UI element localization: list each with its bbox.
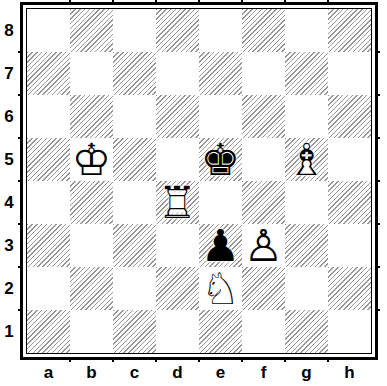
frame-tick-top (112, 0, 114, 5)
square-h6 (328, 95, 371, 138)
square-c2 (113, 267, 156, 310)
square-a1 (27, 310, 70, 353)
white-pawn-icon: ♙ (242, 224, 285, 267)
frame-tick-right (375, 223, 380, 225)
square-f6 (242, 95, 285, 138)
square-b6 (70, 95, 113, 138)
frame-tick-left (18, 51, 23, 53)
frame-tick-right (375, 180, 380, 182)
square-a2 (27, 267, 70, 310)
square-d5 (156, 138, 199, 181)
white-rook-icon: ♖ (156, 181, 199, 224)
square-g4 (285, 181, 328, 224)
square-g7 (285, 52, 328, 95)
square-c6 (113, 95, 156, 138)
square-b5: ♚♔ (70, 138, 113, 181)
frame-tick-left (18, 180, 23, 182)
rank-label-1: 1 (0, 310, 18, 353)
frame-tick-top (155, 0, 157, 5)
frame-tick-right (375, 309, 380, 311)
square-g1 (285, 310, 328, 353)
frame-tick-left (18, 94, 23, 96)
rank-label-4: 4 (0, 181, 18, 224)
frame-tick-top (198, 0, 200, 5)
square-a5 (27, 138, 70, 181)
square-f5 (242, 138, 285, 181)
square-f3: ♟♙ (242, 224, 285, 267)
white-pawn-fill: ♟ (242, 224, 285, 267)
square-e5: ♚♚ (199, 138, 242, 181)
square-h7 (328, 52, 371, 95)
square-c7 (113, 52, 156, 95)
square-d8 (156, 9, 199, 52)
square-a4 (27, 181, 70, 224)
rank-label-3: 3 (0, 224, 18, 267)
square-c3 (113, 224, 156, 267)
square-e1 (199, 310, 242, 353)
frame-tick-top (241, 0, 243, 5)
square-h4 (328, 181, 371, 224)
file-label-g: g (285, 362, 328, 384)
square-b7 (70, 52, 113, 95)
square-d3 (156, 224, 199, 267)
square-g2 (285, 267, 328, 310)
file-label-f: f (242, 362, 285, 384)
square-d1 (156, 310, 199, 353)
file-label-c: c (113, 362, 156, 384)
rank-label-7: 7 (0, 52, 18, 95)
square-e8 (199, 9, 242, 52)
square-h1 (328, 310, 371, 353)
square-c1 (113, 310, 156, 353)
frame-tick-left (18, 137, 23, 139)
board-outer-border: ♚♔♚♚♝♗♜♖♟♟♟♙♞♘ (20, 2, 378, 360)
frame-tick-left (18, 309, 23, 311)
white-knight-fill: ♞ (199, 267, 242, 310)
square-c5 (113, 138, 156, 181)
board-inner-border: ♚♔♚♚♝♗♜♖♟♟♟♙♞♘ (26, 8, 372, 354)
black-king-fill: ♚ (199, 138, 242, 181)
square-e3: ♟♟ (199, 224, 242, 267)
square-g8 (285, 9, 328, 52)
frame-tick-right (375, 51, 380, 53)
file-label-a: a (27, 362, 70, 384)
square-f1 (242, 310, 285, 353)
white-rook-fill: ♜ (156, 181, 199, 224)
square-g6 (285, 95, 328, 138)
file-label-h: h (328, 362, 371, 384)
frame-tick-right (375, 94, 380, 96)
square-a3 (27, 224, 70, 267)
black-king-icon: ♚ (199, 138, 242, 181)
square-f4 (242, 181, 285, 224)
frame-tick-left (18, 223, 23, 225)
file-label-e: e (199, 362, 242, 384)
square-d4: ♜♖ (156, 181, 199, 224)
square-h3 (328, 224, 371, 267)
frame-tick-top (284, 0, 286, 5)
white-bishop-icon: ♗ (285, 138, 328, 181)
square-a6 (27, 95, 70, 138)
white-knight-icon: ♘ (199, 267, 242, 310)
square-b3 (70, 224, 113, 267)
square-c4 (113, 181, 156, 224)
square-f8 (242, 9, 285, 52)
rank-label-5: 5 (0, 138, 18, 181)
square-c8 (113, 9, 156, 52)
square-b8 (70, 9, 113, 52)
board-grid: ♚♔♚♚♝♗♜♖♟♟♟♙♞♘ (27, 9, 371, 353)
square-g5: ♝♗ (285, 138, 328, 181)
frame-tick-top (69, 0, 71, 5)
square-f2 (242, 267, 285, 310)
square-f7 (242, 52, 285, 95)
square-b1 (70, 310, 113, 353)
square-a8 (27, 9, 70, 52)
square-b2 (70, 267, 113, 310)
frame-tick-left (18, 266, 23, 268)
frame-tick-right (375, 137, 380, 139)
board-frame: ♚♔♚♚♝♗♜♖♟♟♟♙♞♘ (20, 2, 378, 360)
square-b4 (70, 181, 113, 224)
white-king-icon: ♔ (70, 138, 113, 181)
white-bishop-fill: ♝ (285, 138, 328, 181)
square-h2 (328, 267, 371, 310)
file-label-d: d (156, 362, 199, 384)
square-h8 (328, 9, 371, 52)
square-d6 (156, 95, 199, 138)
frame-tick-right (375, 266, 380, 268)
frame-tick-top (327, 0, 329, 5)
square-g3 (285, 224, 328, 267)
square-e4 (199, 181, 242, 224)
file-label-b: b (70, 362, 113, 384)
rank-label-6: 6 (0, 95, 18, 138)
square-e2: ♞♘ (199, 267, 242, 310)
square-h5 (328, 138, 371, 181)
square-a7 (27, 52, 70, 95)
square-d2 (156, 267, 199, 310)
black-pawn-icon: ♟ (199, 224, 242, 267)
rank-label-2: 2 (0, 267, 18, 310)
square-e6 (199, 95, 242, 138)
black-pawn-fill: ♟ (199, 224, 242, 267)
square-e7 (199, 52, 242, 95)
white-king-fill: ♚ (70, 138, 113, 181)
rank-label-8: 8 (0, 9, 18, 52)
square-d7 (156, 52, 199, 95)
chess-diagram: 87654321 ♚♔♚♚♝♗♜♖♟♟♟♙♞♘ abcdefgh (0, 0, 387, 386)
